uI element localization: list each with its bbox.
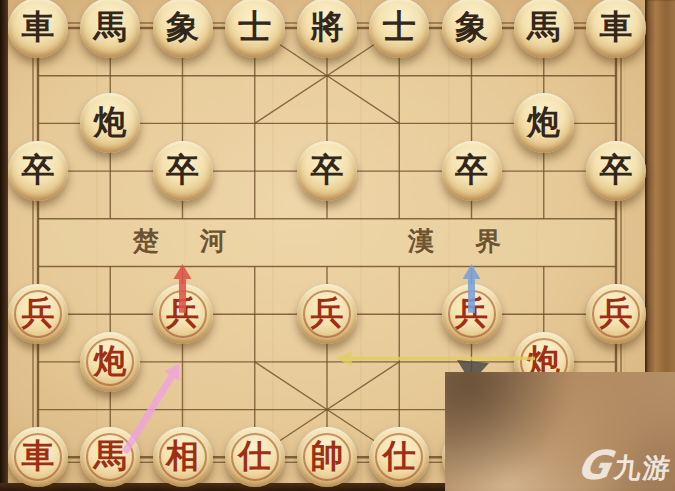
watermark-text: 九游 — [612, 453, 673, 483]
jiuyou-logo-icon: G — [575, 447, 614, 483]
blue-move-arrow — [463, 264, 481, 313]
xiangqi-board-screenshot: 楚 河 漢 界 車馬象士將士象馬車炮炮卒卒卒卒卒兵兵兵兵炮炮兵車馬相仕帥仕相馬車… — [0, 0, 675, 491]
yellow-move-arrow — [336, 351, 535, 366]
pink-move-arrow — [125, 363, 180, 452]
watermark: G 九游 — [578, 447, 672, 483]
red-move-arrow — [174, 264, 192, 313]
